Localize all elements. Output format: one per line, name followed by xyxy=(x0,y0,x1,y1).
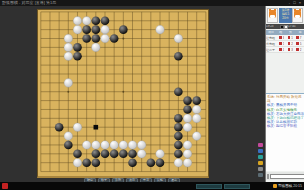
emote-pink-icon[interactable] xyxy=(258,143,263,147)
emoticon-button[interactable] xyxy=(267,174,269,179)
stats-row-label: 分先胜 xyxy=(266,42,279,46)
right-panel: 第1谱贴6.520分 19:23 17:45 项目胜负率 让先胜317分先胜22… xyxy=(265,6,304,182)
black-stone xyxy=(73,43,82,52)
hoshi-point xyxy=(122,91,124,93)
window-controls[interactable]: - □ × xyxy=(289,1,302,5)
white-stone xyxy=(137,150,146,159)
black-stone xyxy=(92,16,101,25)
white-time: 17:45 xyxy=(288,25,302,28)
system-tray: 野狐围棋 20:15 xyxy=(273,183,302,189)
stats-row-label: 让先胜 xyxy=(266,36,279,40)
black-stone xyxy=(82,158,91,167)
stats-column-header: 项目 xyxy=(266,31,276,34)
emote-teal-icon[interactable] xyxy=(258,155,263,159)
white-stone xyxy=(174,34,183,43)
side-icon-stack xyxy=(258,143,264,179)
white-stone xyxy=(183,123,192,132)
window-title: 野狐围棋 - 对局室 [直播] 第1局 xyxy=(2,1,56,5)
black-stone xyxy=(64,141,73,150)
white-stone xyxy=(137,141,146,150)
tray-app-name: 野狐围棋 xyxy=(278,184,292,188)
stats-column-header: 负 xyxy=(286,31,296,34)
fox-avatar-icon xyxy=(269,10,276,18)
taskbar-app-icon[interactable] xyxy=(2,183,8,189)
white-stone xyxy=(192,114,201,123)
white-stone xyxy=(110,141,119,150)
white-stone xyxy=(101,141,110,150)
black-stone xyxy=(174,132,183,141)
white-player-avatar[interactable] xyxy=(292,8,303,23)
black-stone xyxy=(174,87,183,96)
white-stone xyxy=(82,141,91,150)
go-board-grid xyxy=(38,10,208,176)
white-stone xyxy=(73,16,82,25)
stats-column-header: 率 xyxy=(295,31,304,34)
black-square-marker xyxy=(94,125,99,130)
chat-input[interactable] xyxy=(270,174,304,179)
white-stone xyxy=(64,79,73,88)
stats-cell: 1 xyxy=(288,36,297,40)
chat-log[interactable]: 系统: 对局开始 欢迎观战棋友: 黑棋开局不错棋友: 白方实地领先棋友: 右边大… xyxy=(266,93,304,171)
white-stone xyxy=(128,141,137,150)
fox-avatar-icon xyxy=(294,10,301,18)
white-stone xyxy=(73,158,82,167)
black-stone xyxy=(92,25,101,34)
app-window: 野狐围棋 - 对局室 [直播] 第1局 - □ × 研究数子形势点目申请认输退出… xyxy=(0,0,304,190)
black-stone xyxy=(92,158,101,167)
black-time: 19:23 xyxy=(266,25,280,28)
game-info-box: 第1谱贴6.520分 xyxy=(279,8,292,23)
taskbar: 野狐围棋 20:15 xyxy=(0,182,304,190)
black-stone xyxy=(92,34,101,43)
white-stone xyxy=(101,25,110,34)
tray-fox-icon[interactable] xyxy=(273,184,277,188)
white-stone xyxy=(101,34,110,43)
stats-cell: 1 xyxy=(279,48,288,52)
black-stone xyxy=(82,25,91,34)
black-stone xyxy=(119,25,128,34)
black-stone xyxy=(147,158,156,167)
black-player-avatar[interactable] xyxy=(267,8,278,23)
stats-cell: 7 xyxy=(296,36,304,40)
white-stone xyxy=(92,141,101,150)
stats-cell: 2 xyxy=(296,48,304,52)
black-stone xyxy=(101,16,110,25)
taskbar-item[interactable] xyxy=(196,184,222,189)
stats-column-header: 胜 xyxy=(276,31,286,34)
white-stone xyxy=(64,34,73,43)
white-stone xyxy=(156,150,165,159)
white-stone xyxy=(64,52,73,61)
title-bar[interactable]: 野狐围棋 - 对局室 [直播] 第1局 - □ × xyxy=(0,0,304,6)
stats-row-label: 让二子 xyxy=(266,48,279,52)
stats-row[interactable]: 让二子132 xyxy=(266,47,304,53)
black-stone xyxy=(192,96,201,105)
emote-blue-icon[interactable] xyxy=(258,149,263,153)
black-stone xyxy=(119,150,128,159)
stats-cell: 3 xyxy=(288,48,297,52)
white-stone xyxy=(64,43,73,52)
white-stone xyxy=(183,150,192,159)
white-stone xyxy=(64,132,73,141)
black-stone xyxy=(73,52,82,61)
chat-message: 棋友: 期待官子阶段 xyxy=(267,124,304,128)
emote-yellow-icon[interactable] xyxy=(258,161,263,165)
black-stone xyxy=(73,150,82,159)
black-stone xyxy=(183,96,192,105)
game-info-line: 20分 xyxy=(279,16,292,20)
black-stone xyxy=(128,150,137,159)
black-stone xyxy=(110,150,119,159)
white-stone xyxy=(73,25,82,34)
black-stone xyxy=(110,34,119,43)
black-stone xyxy=(128,158,137,167)
hoshi-point xyxy=(67,91,69,93)
white-stone xyxy=(192,132,201,141)
time-bar: 19:23 17:45 xyxy=(266,24,304,29)
stats-table: 让先胜317分先胜225让二子132 xyxy=(266,35,304,53)
tray-clock: 20:15 xyxy=(293,184,302,188)
black-stone xyxy=(92,150,101,159)
white-stone xyxy=(183,141,192,150)
white-stone xyxy=(82,16,91,25)
hoshi-point xyxy=(122,38,124,40)
stats-cell: 5 xyxy=(296,42,304,46)
white-stone xyxy=(192,105,201,114)
black-stone xyxy=(174,52,183,61)
go-board[interactable] xyxy=(37,9,209,178)
chat-input-row: 发 xyxy=(266,172,304,180)
white-stone xyxy=(183,114,192,123)
taskbar-item[interactable] xyxy=(224,184,250,189)
black-stone xyxy=(101,150,110,159)
emote-dark-icon[interactable] xyxy=(258,173,263,177)
black-stone xyxy=(82,34,91,43)
black-stone xyxy=(174,114,183,123)
stats-cell: 3 xyxy=(279,36,288,40)
stats-cell: 2 xyxy=(288,42,297,46)
white-stone xyxy=(73,123,82,132)
black-stone xyxy=(156,158,165,167)
black-stone xyxy=(174,150,183,159)
stats-cell: 2 xyxy=(279,42,288,46)
white-stone xyxy=(119,141,128,150)
black-stone xyxy=(174,141,183,150)
black-stone xyxy=(183,105,192,114)
white-stone xyxy=(174,158,183,167)
white-stone xyxy=(183,158,192,167)
black-stone xyxy=(55,123,64,132)
white-stone xyxy=(156,25,165,34)
emote-gray-icon[interactable] xyxy=(258,167,263,171)
white-stone xyxy=(92,43,101,52)
black-stone xyxy=(174,123,183,132)
